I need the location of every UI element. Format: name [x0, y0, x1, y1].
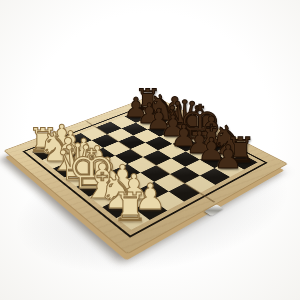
- chess-set-photo: ♜♟♞♟♝♟♛♟♚♟♝♟♟♜♞♟♟♞♜♟♟♝♟♛♟♚♟♝♟♞♟♜: [0, 0, 300, 300]
- black-pawn-icon: ♟: [214, 142, 243, 174]
- white-rook-icon: ♜: [112, 187, 148, 227]
- pieces-layer: ♜♟♞♟♝♟♛♟♚♟♝♟♟♜♞♟♟♞♜♟♟♝♟♛♟♚♟♝♟♞♟♜: [0, 0, 300, 300]
